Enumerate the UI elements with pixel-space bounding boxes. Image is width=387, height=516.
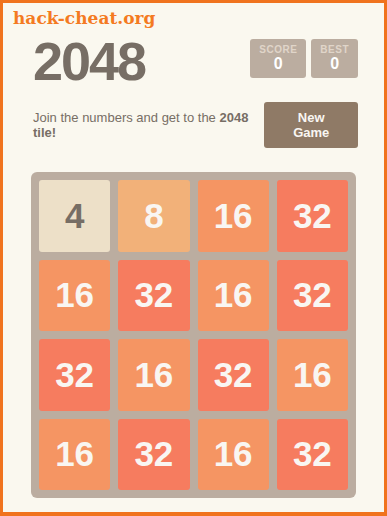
new-game-button[interactable]: New Game: [264, 102, 358, 148]
tile-r1c4: 32: [277, 180, 348, 252]
game-page: 2048 SCORE 0 BEST 0 Join the numbers and…: [3, 36, 384, 498]
tile-r4c1: 16: [39, 419, 110, 491]
tagline: Join the numbers and get to the 2048 til…: [33, 110, 264, 140]
tile-r1c2: 8: [118, 180, 189, 252]
score-panel: SCORE 0 BEST 0: [250, 39, 358, 78]
score-value: 0: [259, 55, 297, 72]
tile-r2c3: 16: [198, 260, 269, 332]
tile-r4c3: 16: [198, 419, 269, 491]
app-window: { "game": "2048", "position": { "grid": …: [0, 0, 387, 516]
page-title: 2048: [33, 36, 145, 86]
game-board[interactable]: 481632163216323216321616321632: [31, 172, 356, 498]
score-label: SCORE: [259, 44, 297, 55]
watermark-site-label: hack-cheat.org: [13, 8, 155, 28]
tile-r3c4: 16: [277, 339, 348, 411]
tile-r2c4: 32: [277, 260, 348, 332]
tile-r4c2: 32: [118, 419, 189, 491]
best-label: BEST: [320, 44, 349, 55]
tile-r2c1: 16: [39, 260, 110, 332]
tile-r4c4: 32: [277, 419, 348, 491]
subheader: Join the numbers and get to the 2048 til…: [29, 102, 358, 148]
tile-r3c2: 16: [118, 339, 189, 411]
tile-r1c1: 4: [39, 180, 110, 252]
best-value: 0: [320, 55, 349, 72]
tile-r1c3: 16: [198, 180, 269, 252]
header: 2048 SCORE 0 BEST 0: [29, 36, 358, 86]
tagline-text: Join the numbers and get to the: [33, 110, 219, 125]
score-box: SCORE 0: [250, 39, 306, 78]
tile-r3c1: 32: [39, 339, 110, 411]
best-box: BEST 0: [311, 39, 358, 78]
watermark-banner: hack-cheat.org: [3, 3, 384, 30]
tile-r2c2: 32: [118, 260, 189, 332]
tile-r3c3: 32: [198, 339, 269, 411]
